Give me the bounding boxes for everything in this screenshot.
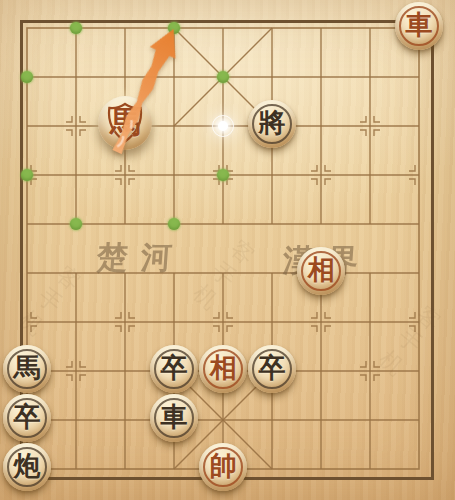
piece-character: 車 <box>161 404 188 431</box>
piece-red-elephant[interactable]: 相 <box>199 345 247 393</box>
move-dot[interactable] <box>217 71 229 83</box>
move-dot[interactable] <box>168 22 180 34</box>
piece-character: 相 <box>308 257 335 284</box>
piece-character: 將 <box>259 110 286 137</box>
piece-red-chariot[interactable]: 車 <box>395 2 443 50</box>
piece-red-general[interactable]: 帥 <box>199 443 247 491</box>
move-dot[interactable] <box>21 169 33 181</box>
piece-black-horse[interactable]: 馬 <box>3 345 51 393</box>
piece-black-general[interactable]: 將 <box>248 100 296 148</box>
piece-red-elephant[interactable]: 相 <box>297 247 345 295</box>
piece-black-chariot[interactable]: 車 <box>150 394 198 442</box>
piece-black-soldier[interactable]: 卒 <box>3 394 51 442</box>
move-dot[interactable] <box>70 22 82 34</box>
piece-black-cannon[interactable]: 炮 <box>3 443 51 491</box>
piece-character: 卒 <box>259 355 286 382</box>
piece-red-horse[interactable]: 馬 <box>98 96 152 150</box>
piece-character: 馬 <box>110 107 140 137</box>
piece-black-soldier[interactable]: 卒 <box>150 345 198 393</box>
piece-character: 相 <box>210 355 237 382</box>
piece-character: 卒 <box>161 355 188 382</box>
xiangqi-board-screen: 楚河 漢界 客手机客手机客手机 車 馬將相馬卒相卒卒車炮帥 <box>0 0 455 500</box>
piece-character: 帥 <box>210 453 237 480</box>
move-dot[interactable] <box>217 169 229 181</box>
move-dot[interactable] <box>70 218 82 230</box>
piece-character: 炮 <box>14 453 41 480</box>
board-grid: 車 馬將相馬卒相卒卒車炮帥 <box>3 4 444 494</box>
move-dot[interactable] <box>21 71 33 83</box>
piece-black-soldier[interactable]: 卒 <box>248 345 296 393</box>
move-dot[interactable] <box>168 218 180 230</box>
piece-character: 車 <box>406 12 433 39</box>
piece-character: 卒 <box>14 404 41 431</box>
target-glow-marker <box>218 121 228 131</box>
piece-character: 馬 <box>14 355 41 382</box>
